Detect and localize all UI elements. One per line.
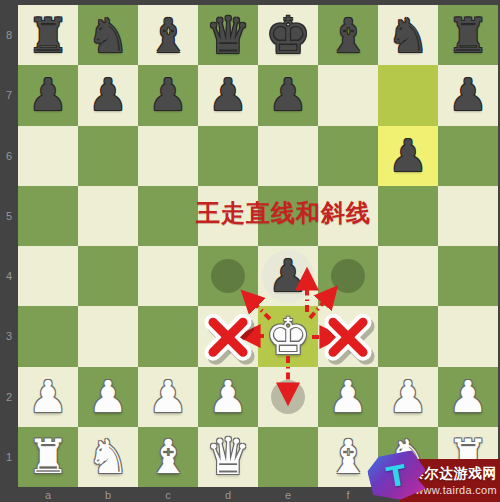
piece-black-pawn[interactable]: ♟ xyxy=(268,73,307,117)
square-e6[interactable] xyxy=(258,126,318,186)
piece-white-queen[interactable]: ♛ xyxy=(205,431,251,482)
piece-white-pawn[interactable]: ♟ xyxy=(88,375,127,419)
square-d3[interactable] xyxy=(198,306,258,366)
piece-black-pawn[interactable]: ♟ xyxy=(268,254,307,298)
piece-black-pawn[interactable]: ♟ xyxy=(448,73,487,117)
square-c7[interactable]: ♟ xyxy=(138,65,198,125)
piece-white-pawn[interactable]: ♟ xyxy=(148,375,187,419)
move-dot xyxy=(271,380,305,414)
square-d2[interactable]: ♟ xyxy=(198,367,258,427)
square-a5[interactable] xyxy=(18,186,78,246)
square-e3[interactable]: ♚ xyxy=(258,306,318,366)
square-a1[interactable]: ♜ xyxy=(18,427,78,487)
square-c8[interactable]: ♝ xyxy=(138,5,198,65)
square-c1[interactable]: ♝ xyxy=(138,427,198,487)
file-label-b: b xyxy=(78,487,138,502)
square-b2[interactable]: ♟ xyxy=(78,367,138,427)
square-g3[interactable] xyxy=(378,306,438,366)
rank-label-8: 8 xyxy=(0,5,18,65)
square-c2[interactable]: ♟ xyxy=(138,367,198,427)
square-h3[interactable] xyxy=(438,306,498,366)
rank-label-3: 3 xyxy=(0,306,18,366)
square-b3[interactable] xyxy=(78,306,138,366)
square-h7[interactable]: ♟ xyxy=(438,65,498,125)
square-g5[interactable] xyxy=(378,186,438,246)
watermark: 泰尔达游戏网 www.tairda.com T xyxy=(368,450,500,502)
square-a7[interactable]: ♟ xyxy=(18,65,78,125)
rank-label-1: 1 xyxy=(0,427,18,487)
watermark-logo-letter: T xyxy=(385,458,410,494)
square-f3[interactable] xyxy=(318,306,378,366)
square-d4[interactable] xyxy=(198,246,258,306)
piece-white-knight[interactable]: ♞ xyxy=(87,433,129,480)
square-h4[interactable] xyxy=(438,246,498,306)
square-h5[interactable] xyxy=(438,186,498,246)
square-f6[interactable] xyxy=(318,126,378,186)
square-g2[interactable]: ♟ xyxy=(378,367,438,427)
piece-white-pawn[interactable]: ♟ xyxy=(328,375,367,419)
rank-label-7: 7 xyxy=(0,65,18,125)
square-a4[interactable] xyxy=(18,246,78,306)
square-d1[interactable]: ♛ xyxy=(198,427,258,487)
move-dot xyxy=(211,259,245,293)
square-h6[interactable] xyxy=(438,126,498,186)
rank-coordinates: 87654321 xyxy=(0,5,18,487)
piece-white-pawn[interactable]: ♟ xyxy=(448,375,487,419)
square-e4[interactable]: ♟ xyxy=(258,246,318,306)
move-dot xyxy=(331,259,365,293)
piece-black-pawn[interactable]: ♟ xyxy=(148,73,187,117)
piece-white-king[interactable]: ♚ xyxy=(265,311,311,362)
square-c4[interactable] xyxy=(138,246,198,306)
piece-black-pawn[interactable]: ♟ xyxy=(208,73,247,117)
piece-black-pawn[interactable]: ♟ xyxy=(88,73,127,117)
square-b1[interactable]: ♞ xyxy=(78,427,138,487)
square-g4[interactable] xyxy=(378,246,438,306)
board: ♜♞♝♛♚♝♞♜♟♟♟♟♟♟♟♟♚♟♟♟♟♟♟♟♜♞♝♛♝♞♜ xyxy=(18,5,498,487)
square-a6[interactable] xyxy=(18,126,78,186)
piece-black-king[interactable]: ♚ xyxy=(265,10,311,61)
square-d6[interactable] xyxy=(198,126,258,186)
square-c6[interactable] xyxy=(138,126,198,186)
square-f4[interactable] xyxy=(318,246,378,306)
rank-label-4: 4 xyxy=(0,246,18,306)
piece-black-rook[interactable]: ♜ xyxy=(27,12,69,59)
watermark-site-url: www.tairda.com xyxy=(415,484,497,496)
square-f8[interactable]: ♝ xyxy=(318,5,378,65)
square-e7[interactable]: ♟ xyxy=(258,65,318,125)
file-label-e: e xyxy=(258,487,318,502)
square-h2[interactable]: ♟ xyxy=(438,367,498,427)
square-c3[interactable] xyxy=(138,306,198,366)
square-f2[interactable]: ♟ xyxy=(318,367,378,427)
piece-black-bishop[interactable]: ♝ xyxy=(147,12,189,59)
piece-white-pawn[interactable]: ♟ xyxy=(208,375,247,419)
piece-black-bishop[interactable]: ♝ xyxy=(327,12,369,59)
square-b6[interactable] xyxy=(78,126,138,186)
square-f7[interactable] xyxy=(318,65,378,125)
piece-black-knight[interactable]: ♞ xyxy=(87,12,129,59)
square-e2[interactable] xyxy=(258,367,318,427)
piece-black-knight[interactable]: ♞ xyxy=(387,12,429,59)
chess-tutorial-screenshot: 87654321 ♜♞♝♛♚♝♞♜♟♟♟♟♟♟♟♟♚♟♟♟♟♟♟♟♜♞♝♛♝♞♜… xyxy=(0,0,500,502)
square-a2[interactable]: ♟ xyxy=(18,367,78,427)
piece-black-pawn[interactable]: ♟ xyxy=(388,134,427,178)
square-g6[interactable]: ♟ xyxy=(378,126,438,186)
piece-white-pawn[interactable]: ♟ xyxy=(388,375,427,419)
square-c5[interactable] xyxy=(138,186,198,246)
file-label-c: c xyxy=(138,487,198,502)
piece-white-bishop[interactable]: ♝ xyxy=(147,433,189,480)
square-e1[interactable] xyxy=(258,427,318,487)
file-label-a: a xyxy=(18,487,78,502)
file-label-d: d xyxy=(198,487,258,502)
caption-text: 王走直线和斜线 xyxy=(196,197,371,229)
square-b4[interactable] xyxy=(78,246,138,306)
square-e8[interactable]: ♚ xyxy=(258,5,318,65)
square-a8[interactable]: ♜ xyxy=(18,5,78,65)
square-d8[interactable]: ♛ xyxy=(198,5,258,65)
rank-label-6: 6 xyxy=(0,126,18,186)
square-h8[interactable]: ♜ xyxy=(438,5,498,65)
piece-white-bishop[interactable]: ♝ xyxy=(327,433,369,480)
square-g8[interactable]: ♞ xyxy=(378,5,438,65)
square-a3[interactable] xyxy=(18,306,78,366)
piece-white-rook[interactable]: ♜ xyxy=(27,433,69,480)
square-b7[interactable]: ♟ xyxy=(78,65,138,125)
piece-black-rook[interactable]: ♜ xyxy=(447,12,489,59)
square-b5[interactable] xyxy=(78,186,138,246)
square-b8[interactable]: ♞ xyxy=(78,5,138,65)
piece-white-pawn[interactable]: ♟ xyxy=(28,375,67,419)
square-g7[interactable] xyxy=(378,65,438,125)
piece-black-queen[interactable]: ♛ xyxy=(205,10,251,61)
piece-black-pawn[interactable]: ♟ xyxy=(28,73,67,117)
rank-label-2: 2 xyxy=(0,367,18,427)
rank-label-5: 5 xyxy=(0,186,18,246)
square-d7[interactable]: ♟ xyxy=(198,65,258,125)
